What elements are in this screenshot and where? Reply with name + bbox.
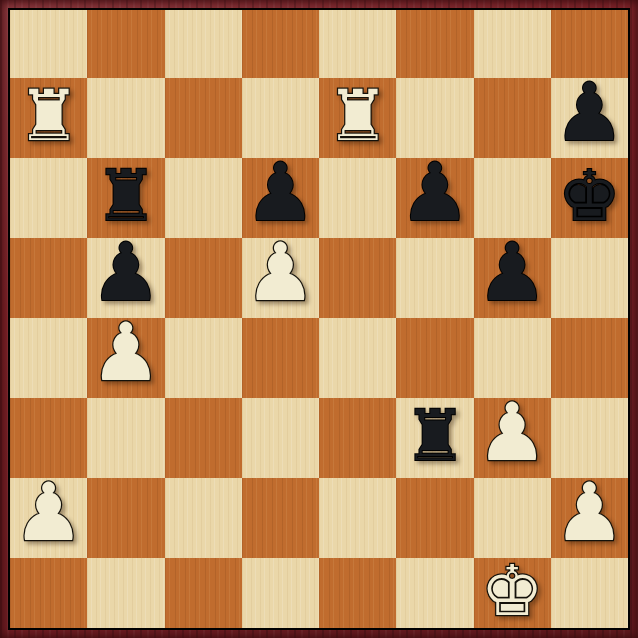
square-e6[interactable] <box>319 158 396 238</box>
square-d5[interactable]: ♟ <box>242 238 319 318</box>
square-e5[interactable] <box>319 238 396 318</box>
black-pawn-piece[interactable]: ♟ <box>90 233 162 313</box>
square-b3[interactable] <box>87 398 164 478</box>
square-g1[interactable]: ♚ <box>474 558 551 628</box>
square-e7[interactable]: ♜ <box>319 78 396 158</box>
square-g3[interactable]: ♟ <box>474 398 551 478</box>
square-f2[interactable] <box>396 478 473 558</box>
square-d1[interactable] <box>242 558 319 628</box>
square-g7[interactable] <box>474 78 551 158</box>
square-c1[interactable] <box>165 558 242 628</box>
square-f4[interactable] <box>396 318 473 398</box>
square-d3[interactable] <box>242 398 319 478</box>
white-rook-piece[interactable]: ♜ <box>326 81 389 151</box>
square-d8[interactable] <box>242 10 319 78</box>
white-pawn-piece[interactable]: ♟ <box>554 473 626 553</box>
square-a2[interactable]: ♟ <box>10 478 87 558</box>
square-a5[interactable] <box>10 238 87 318</box>
black-pawn-piece[interactable]: ♟ <box>245 153 317 233</box>
square-c2[interactable] <box>165 478 242 558</box>
black-pawn-piece[interactable]: ♟ <box>476 233 548 313</box>
square-e1[interactable] <box>319 558 396 628</box>
white-king-piece[interactable]: ♚ <box>481 556 544 626</box>
black-rook-piece[interactable]: ♜ <box>94 161 157 231</box>
square-a8[interactable] <box>10 10 87 78</box>
square-f8[interactable] <box>396 10 473 78</box>
square-g5[interactable]: ♟ <box>474 238 551 318</box>
white-pawn-piece[interactable]: ♟ <box>90 313 162 393</box>
square-h2[interactable]: ♟ <box>551 478 628 558</box>
square-h5[interactable] <box>551 238 628 318</box>
square-b1[interactable] <box>87 558 164 628</box>
square-b2[interactable] <box>87 478 164 558</box>
board-frame: ♜♜♟♜♟♟♚♟♟♟♟♜♟♟♟♚ <box>0 0 638 638</box>
square-h1[interactable] <box>551 558 628 628</box>
white-pawn-piece[interactable]: ♟ <box>476 393 548 473</box>
square-g8[interactable] <box>474 10 551 78</box>
square-c3[interactable] <box>165 398 242 478</box>
square-e4[interactable] <box>319 318 396 398</box>
white-rook-piece[interactable]: ♜ <box>17 81 80 151</box>
square-c6[interactable] <box>165 158 242 238</box>
white-pawn-piece[interactable]: ♟ <box>13 473 85 553</box>
square-d2[interactable] <box>242 478 319 558</box>
square-c7[interactable] <box>165 78 242 158</box>
square-e8[interactable] <box>319 10 396 78</box>
chess-board: ♜♜♟♜♟♟♚♟♟♟♟♜♟♟♟♚ <box>10 10 628 628</box>
square-c4[interactable] <box>165 318 242 398</box>
square-h4[interactable] <box>551 318 628 398</box>
square-c8[interactable] <box>165 10 242 78</box>
square-g2[interactable] <box>474 478 551 558</box>
black-rook-piece[interactable]: ♜ <box>403 401 466 471</box>
black-pawn-piece[interactable]: ♟ <box>554 73 626 153</box>
board-inner-border: ♜♜♟♜♟♟♚♟♟♟♟♜♟♟♟♚ <box>8 8 630 630</box>
square-b7[interactable] <box>87 78 164 158</box>
black-pawn-piece[interactable]: ♟ <box>399 153 471 233</box>
square-e3[interactable] <box>319 398 396 478</box>
square-a4[interactable] <box>10 318 87 398</box>
square-h7[interactable]: ♟ <box>551 78 628 158</box>
black-king-piece[interactable]: ♚ <box>558 161 621 231</box>
square-h6[interactable]: ♚ <box>551 158 628 238</box>
square-b4[interactable]: ♟ <box>87 318 164 398</box>
square-e2[interactable] <box>319 478 396 558</box>
square-a1[interactable] <box>10 558 87 628</box>
square-c5[interactable] <box>165 238 242 318</box>
square-f6[interactable]: ♟ <box>396 158 473 238</box>
square-f1[interactable] <box>396 558 473 628</box>
square-b8[interactable] <box>87 10 164 78</box>
square-d4[interactable] <box>242 318 319 398</box>
square-a7[interactable]: ♜ <box>10 78 87 158</box>
square-f5[interactable] <box>396 238 473 318</box>
white-pawn-piece[interactable]: ♟ <box>245 233 317 313</box>
square-f3[interactable]: ♜ <box>396 398 473 478</box>
square-a6[interactable] <box>10 158 87 238</box>
